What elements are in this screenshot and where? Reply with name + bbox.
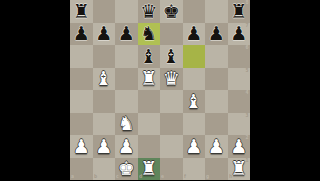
piece-black-king[interactable]: ♚ <box>163 2 180 21</box>
square-d7[interactable]: ♞ <box>138 23 161 46</box>
square-d5[interactable]: ♜ <box>138 68 161 91</box>
square-g2[interactable]: ♟ <box>205 135 228 158</box>
piece-white-pawn[interactable]: ♟ <box>185 137 202 156</box>
square-d4[interactable] <box>138 90 161 113</box>
square-e3[interactable] <box>160 113 183 136</box>
square-b1[interactable]: b <box>93 158 116 181</box>
square-c8[interactable] <box>115 0 138 23</box>
square-f6[interactable] <box>183 45 206 68</box>
square-c7[interactable]: ♟ <box>115 23 138 46</box>
square-g8[interactable] <box>205 0 228 23</box>
piece-black-rook[interactable]: ♜ <box>230 2 247 21</box>
piece-white-bishop[interactable]: ♝ <box>185 92 202 111</box>
square-g1[interactable]: g <box>205 158 228 181</box>
square-h5[interactable]: 5 <box>228 68 251 91</box>
square-a2[interactable]: ♟ <box>70 135 93 158</box>
piece-black-rook[interactable]: ♜ <box>73 2 90 21</box>
square-b6[interactable] <box>93 45 116 68</box>
letterboxed-background: ♜♛♚8♜♟♟♟♞♟♟7♟♝♝6♝♜♛5♝4♞3♟♟♟♟♟2♟abc♚d♜efg… <box>0 0 320 180</box>
square-d6[interactable]: ♝ <box>138 45 161 68</box>
square-g4[interactable] <box>205 90 228 113</box>
piece-white-pawn[interactable]: ♟ <box>118 137 135 156</box>
square-e8[interactable]: ♚ <box>160 0 183 23</box>
square-h7[interactable]: 7♟ <box>228 23 251 46</box>
square-f7[interactable]: ♟ <box>183 23 206 46</box>
square-e7[interactable] <box>160 23 183 46</box>
square-f8[interactable] <box>183 0 206 23</box>
square-a8[interactable]: ♜ <box>70 0 93 23</box>
square-h6[interactable]: 6 <box>228 45 251 68</box>
last-move-highlight <box>183 45 206 68</box>
chess-board[interactable]: ♜♛♚8♜♟♟♟♞♟♟7♟♝♝6♝♜♛5♝4♞3♟♟♟♟♟2♟abc♚d♜efg… <box>70 0 250 180</box>
piece-white-king[interactable]: ♚ <box>118 159 135 178</box>
piece-black-pawn[interactable]: ♟ <box>73 24 90 43</box>
file-label-a: a <box>71 175 74 179</box>
square-f1[interactable]: f <box>183 158 206 181</box>
square-a6[interactable] <box>70 45 93 68</box>
square-g7[interactable]: ♟ <box>205 23 228 46</box>
rank-label-5: 5 <box>246 69 249 73</box>
piece-white-rook[interactable]: ♜ <box>140 159 157 178</box>
piece-black-queen[interactable]: ♛ <box>140 2 157 21</box>
square-a3[interactable] <box>70 113 93 136</box>
square-c4[interactable] <box>115 90 138 113</box>
square-c1[interactable]: c♚ <box>115 158 138 181</box>
square-b7[interactable]: ♟ <box>93 23 116 46</box>
square-c2[interactable]: ♟ <box>115 135 138 158</box>
square-h1[interactable]: h1♜ <box>228 158 251 181</box>
square-e5[interactable]: ♛ <box>160 68 183 91</box>
file-label-e: e <box>161 175 164 179</box>
square-g5[interactable] <box>205 68 228 91</box>
square-g3[interactable] <box>205 113 228 136</box>
piece-black-pawn[interactable]: ♟ <box>185 24 202 43</box>
piece-black-bishop[interactable]: ♝ <box>163 47 180 66</box>
square-e4[interactable] <box>160 90 183 113</box>
square-h4[interactable]: 4 <box>228 90 251 113</box>
square-f5[interactable] <box>183 68 206 91</box>
square-b2[interactable]: ♟ <box>93 135 116 158</box>
square-c3[interactable]: ♞ <box>115 113 138 136</box>
file-label-f: f <box>184 175 186 179</box>
square-h2[interactable]: 2♟ <box>228 135 251 158</box>
square-h8[interactable]: 8♜ <box>228 0 251 23</box>
piece-white-queen[interactable]: ♛ <box>163 69 180 88</box>
piece-white-pawn[interactable]: ♟ <box>230 137 247 156</box>
square-a4[interactable] <box>70 90 93 113</box>
piece-white-pawn[interactable]: ♟ <box>95 137 112 156</box>
square-f2[interactable]: ♟ <box>183 135 206 158</box>
rank-label-3: 3 <box>246 114 249 118</box>
piece-black-pawn[interactable]: ♟ <box>208 24 225 43</box>
square-d2[interactable] <box>138 135 161 158</box>
square-b8[interactable] <box>93 0 116 23</box>
piece-black-bishop[interactable]: ♝ <box>140 47 157 66</box>
square-h3[interactable]: 3 <box>228 113 251 136</box>
piece-white-rook[interactable]: ♜ <box>230 159 247 178</box>
square-g6[interactable] <box>205 45 228 68</box>
square-f3[interactable] <box>183 113 206 136</box>
piece-white-pawn[interactable]: ♟ <box>208 137 225 156</box>
file-label-b: b <box>94 175 97 179</box>
square-d3[interactable] <box>138 113 161 136</box>
piece-white-rook[interactable]: ♜ <box>140 69 157 88</box>
piece-black-pawn[interactable]: ♟ <box>230 24 247 43</box>
square-e6[interactable]: ♝ <box>160 45 183 68</box>
square-a1[interactable]: a <box>70 158 93 181</box>
square-b4[interactable] <box>93 90 116 113</box>
piece-black-pawn[interactable]: ♟ <box>118 24 135 43</box>
square-f4[interactable]: ♝ <box>183 90 206 113</box>
piece-black-knight[interactable]: ♞ <box>140 24 157 43</box>
rank-label-6: 6 <box>246 46 249 50</box>
square-c6[interactable] <box>115 45 138 68</box>
piece-white-pawn[interactable]: ♟ <box>73 137 90 156</box>
rank-label-4: 4 <box>246 91 249 95</box>
piece-black-pawn[interactable]: ♟ <box>95 24 112 43</box>
square-d8[interactable]: ♛ <box>138 0 161 23</box>
square-c5[interactable] <box>115 68 138 91</box>
square-b3[interactable] <box>93 113 116 136</box>
square-d1[interactable]: d♜ <box>138 158 161 181</box>
file-label-g: g <box>206 175 209 179</box>
square-a5[interactable] <box>70 68 93 91</box>
square-b5[interactable]: ♝ <box>93 68 116 91</box>
piece-white-knight[interactable]: ♞ <box>118 114 135 133</box>
square-e1[interactable]: e <box>160 158 183 181</box>
piece-white-bishop[interactable]: ♝ <box>95 69 112 88</box>
square-a7[interactable]: ♟ <box>70 23 93 46</box>
square-e2[interactable] <box>160 135 183 158</box>
